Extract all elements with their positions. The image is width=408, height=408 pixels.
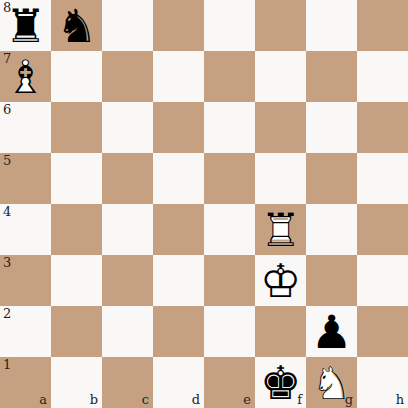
square-h7[interactable] <box>357 51 408 102</box>
rank-label-1: 1 <box>3 358 11 371</box>
file-label-a: a <box>39 393 47 406</box>
square-a6[interactable]: 6 <box>0 102 51 153</box>
square-a8[interactable]: ♜8 <box>0 0 51 51</box>
rank-label-5: 5 <box>3 154 11 167</box>
square-d3[interactable] <box>153 255 204 306</box>
square-f4[interactable]: ♜♖ <box>255 204 306 255</box>
chess-board: ♜8♞♝♗7654♜♖3♚♔2♟1abcde♚f♞♘gh <box>0 0 408 408</box>
square-b7[interactable] <box>51 51 102 102</box>
square-d8[interactable] <box>153 0 204 51</box>
square-d2[interactable] <box>153 306 204 357</box>
square-h5[interactable] <box>357 153 408 204</box>
rank-label-4: 4 <box>3 205 11 218</box>
square-e7[interactable] <box>204 51 255 102</box>
square-d6[interactable] <box>153 102 204 153</box>
square-c7[interactable] <box>102 51 153 102</box>
file-label-e: e <box>243 393 251 406</box>
square-c4[interactable] <box>102 204 153 255</box>
square-a1[interactable]: 1a <box>0 357 51 408</box>
square-c5[interactable] <box>102 153 153 204</box>
rank-label-7: 7 <box>3 52 11 65</box>
square-h1[interactable]: h <box>357 357 408 408</box>
file-label-b: b <box>90 393 98 406</box>
square-g8[interactable] <box>306 0 357 51</box>
square-c8[interactable] <box>102 0 153 51</box>
square-c3[interactable] <box>102 255 153 306</box>
square-b5[interactable] <box>51 153 102 204</box>
square-f8[interactable] <box>255 0 306 51</box>
square-c1[interactable]: c <box>102 357 153 408</box>
rank-label-3: 3 <box>3 256 11 269</box>
square-a5[interactable]: 5 <box>0 153 51 204</box>
square-f3[interactable]: ♚♔ <box>255 255 306 306</box>
square-g2[interactable]: ♟ <box>306 306 357 357</box>
square-a4[interactable]: 4 <box>0 204 51 255</box>
rank-label-6: 6 <box>3 103 11 116</box>
black-pawn-piece: ♟ <box>306 306 357 357</box>
square-e4[interactable] <box>204 204 255 255</box>
square-b2[interactable] <box>51 306 102 357</box>
black-knight-piece: ♞ <box>51 0 102 51</box>
square-b3[interactable] <box>51 255 102 306</box>
file-label-f: f <box>297 393 302 406</box>
square-e1[interactable]: e <box>204 357 255 408</box>
square-e3[interactable] <box>204 255 255 306</box>
square-h3[interactable] <box>357 255 408 306</box>
square-h2[interactable] <box>357 306 408 357</box>
square-b6[interactable] <box>51 102 102 153</box>
square-g7[interactable] <box>306 51 357 102</box>
square-f7[interactable] <box>255 51 306 102</box>
white-king-piece-outline: ♔ <box>255 255 306 306</box>
file-label-h: h <box>396 393 404 406</box>
file-label-g: g <box>345 393 353 406</box>
square-e5[interactable] <box>204 153 255 204</box>
file-label-c: c <box>142 393 149 406</box>
square-e6[interactable] <box>204 102 255 153</box>
square-d7[interactable] <box>153 51 204 102</box>
square-e2[interactable] <box>204 306 255 357</box>
rank-label-2: 2 <box>3 307 11 320</box>
file-label-d: d <box>192 393 200 406</box>
square-b1[interactable]: b <box>51 357 102 408</box>
square-b8[interactable]: ♞ <box>51 0 102 51</box>
square-g1[interactable]: ♞♘g <box>306 357 357 408</box>
square-e8[interactable] <box>204 0 255 51</box>
square-g4[interactable] <box>306 204 357 255</box>
square-f6[interactable] <box>255 102 306 153</box>
square-d4[interactable] <box>153 204 204 255</box>
square-c6[interactable] <box>102 102 153 153</box>
square-c2[interactable] <box>102 306 153 357</box>
square-a2[interactable]: 2 <box>0 306 51 357</box>
square-d5[interactable] <box>153 153 204 204</box>
square-f2[interactable] <box>255 306 306 357</box>
square-h4[interactable] <box>357 204 408 255</box>
square-d1[interactable]: d <box>153 357 204 408</box>
rank-label-8: 8 <box>3 1 11 14</box>
white-rook-piece-outline: ♖ <box>255 204 306 255</box>
square-h6[interactable] <box>357 102 408 153</box>
square-b4[interactable] <box>51 204 102 255</box>
square-h8[interactable] <box>357 0 408 51</box>
square-f5[interactable] <box>255 153 306 204</box>
square-a7[interactable]: ♝♗7 <box>0 51 51 102</box>
square-g5[interactable] <box>306 153 357 204</box>
square-a3[interactable]: 3 <box>0 255 51 306</box>
square-g3[interactable] <box>306 255 357 306</box>
square-f1[interactable]: ♚f <box>255 357 306 408</box>
square-g6[interactable] <box>306 102 357 153</box>
